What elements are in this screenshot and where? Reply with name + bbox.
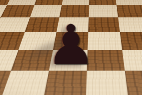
board-square	[2, 71, 49, 95]
black-pawn: ♟	[49, 18, 93, 72]
board-square	[125, 71, 142, 95]
board-square	[118, 17, 142, 32]
board-square	[116, 5, 142, 18]
chessboard-photo: ♟	[0, 0, 142, 95]
black-pawn-glyph: ♟	[46, 18, 95, 72]
board-square	[122, 50, 142, 71]
board-square	[120, 32, 142, 49]
